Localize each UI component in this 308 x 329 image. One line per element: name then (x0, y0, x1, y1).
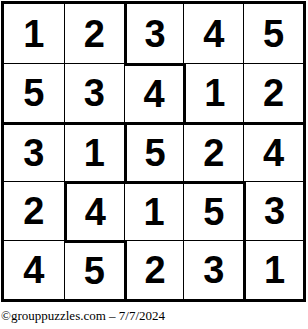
cell-r2c5: 2 (243, 63, 303, 122)
cell-r3c4: 2 (183, 122, 243, 181)
cell-r4c3: 1 (124, 181, 184, 240)
sudoku-board: 1234553412315242415345231 (1, 1, 306, 302)
cell-r3c5: 4 (243, 122, 303, 181)
cell-r1c1: 1 (4, 4, 64, 63)
cell-r5c4: 3 (183, 240, 243, 299)
cell-r5c5: 1 (243, 240, 303, 299)
cell-r3c3: 5 (124, 122, 184, 181)
cell-r4c2: 4 (64, 181, 124, 240)
cell-r1c3: 3 (124, 4, 184, 63)
cell-r3c2: 1 (64, 122, 124, 181)
cell-r4c4: 5 (183, 181, 243, 240)
cell-r4c1: 2 (4, 181, 64, 240)
cell-r5c2: 5 (64, 240, 124, 299)
copyright-credit: ©grouppuzzles.com – 7/7/2024 (1, 308, 308, 324)
cell-r3c1: 3 (4, 122, 64, 181)
cell-r1c2: 2 (64, 4, 124, 63)
cell-r4c5: 3 (243, 181, 303, 240)
cell-r2c2: 3 (64, 63, 124, 122)
cell-r2c3: 4 (124, 63, 184, 122)
cell-r5c3: 2 (124, 240, 184, 299)
cell-r1c4: 4 (183, 4, 243, 63)
puzzle-page: 1234553412315242415345231 ©grouppuzzles.… (0, 1, 308, 329)
cell-r1c5: 5 (243, 4, 303, 63)
cell-r5c1: 4 (4, 240, 64, 299)
cell-r2c1: 5 (4, 63, 64, 122)
cell-r2c4: 1 (183, 63, 243, 122)
